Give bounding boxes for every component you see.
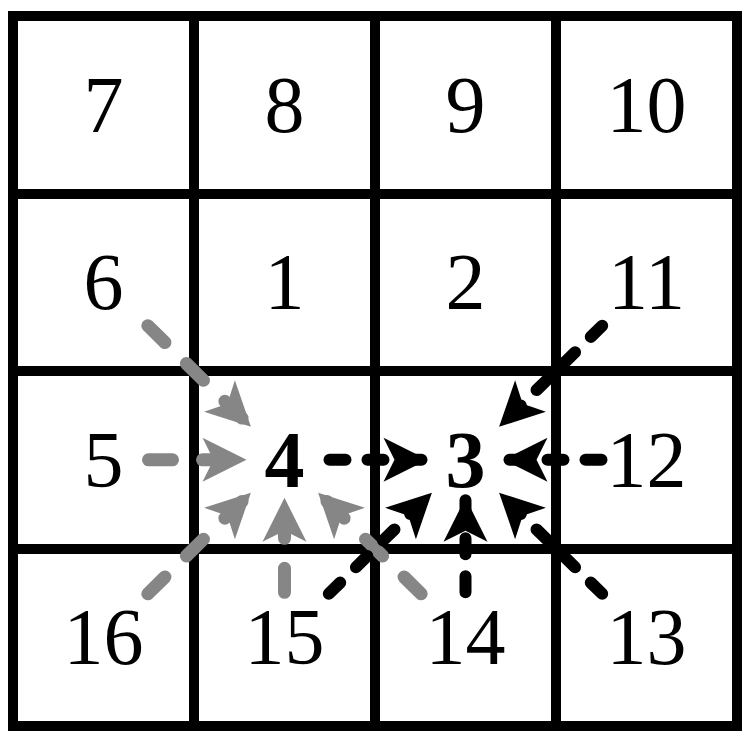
- grid-cell-13: 13: [561, 554, 732, 722]
- grid-cell-3-target: 3: [380, 376, 551, 544]
- grid-cell-10: 10: [561, 21, 732, 189]
- grid-cell-14: 14: [380, 554, 551, 722]
- grid-cell-16: 16: [18, 554, 189, 722]
- grid-cell-6: 6: [18, 199, 189, 367]
- grid-cell-8: 8: [199, 21, 370, 189]
- grid-cell-2: 2: [380, 199, 551, 367]
- grid-cell-11: 11: [561, 199, 732, 367]
- grid-cell-1: 1: [199, 199, 370, 367]
- grid-cell-9: 9: [380, 21, 551, 189]
- grid-cell-15: 15: [199, 554, 370, 722]
- grid-cell-4-target: 4: [199, 376, 370, 544]
- grid-cell-5: 5: [18, 376, 189, 544]
- grid-cell-12: 12: [561, 376, 732, 544]
- grid-cell-7: 7: [18, 21, 189, 189]
- grid-board: 7 8 9 10 6 1 2 11 5 4 3 12 16 15 14 13: [8, 11, 742, 731]
